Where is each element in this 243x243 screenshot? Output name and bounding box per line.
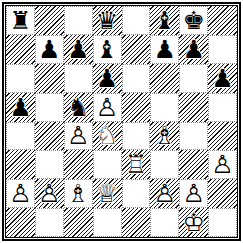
square-e6[interactable] bbox=[122, 64, 151, 93]
square-g7[interactable]: ♟ bbox=[179, 35, 208, 64]
piece-black-pawn: ♟ bbox=[64, 35, 93, 64]
square-e2[interactable] bbox=[122, 179, 151, 208]
piece-black-pawn: ♟ bbox=[93, 64, 122, 93]
square-h4[interactable] bbox=[208, 122, 237, 151]
square-h8[interactable] bbox=[208, 6, 237, 35]
square-c4[interactable]: ♟♙ bbox=[64, 122, 93, 151]
square-e1[interactable] bbox=[122, 208, 151, 237]
square-a4[interactable] bbox=[6, 122, 35, 151]
square-a6[interactable] bbox=[6, 64, 35, 93]
piece-black-king: ♚ bbox=[180, 7, 207, 34]
piece-white-pawn: ♟♙ bbox=[94, 94, 121, 121]
square-d1[interactable] bbox=[93, 208, 122, 237]
square-a7[interactable] bbox=[6, 35, 35, 64]
square-g4[interactable] bbox=[179, 122, 208, 151]
chess-diagram: ♜♛♝♚♟♟♝♟♟♟♟♟♞♟♙♟♙♞♘♝♗♜♖♟♙♟♙♟♙♝♗♛♕♟♙♟♙♚♔ bbox=[0, 0, 243, 243]
piece-glyph-outline: ♗ bbox=[65, 180, 92, 207]
square-h7[interactable] bbox=[208, 35, 237, 64]
square-e3[interactable]: ♜♖ bbox=[122, 150, 151, 179]
piece-white-knight: ♞♘ bbox=[93, 122, 122, 151]
square-a8[interactable]: ♜ bbox=[6, 6, 35, 35]
square-c5[interactable]: ♞ bbox=[64, 93, 93, 122]
square-f7[interactable]: ♟ bbox=[150, 35, 179, 64]
square-c3[interactable] bbox=[64, 150, 93, 179]
chess-board: ♜♛♝♚♟♟♝♟♟♟♟♟♞♟♙♟♙♞♘♝♗♜♖♟♙♟♙♟♙♝♗♛♕♟♙♟♙♚♔ bbox=[6, 6, 237, 237]
square-g6[interactable] bbox=[179, 64, 208, 93]
square-f8[interactable]: ♝ bbox=[150, 6, 179, 35]
square-f2[interactable]: ♟♙ bbox=[150, 179, 179, 208]
piece-black-rook: ♜ bbox=[7, 7, 34, 34]
square-f1[interactable] bbox=[150, 208, 179, 237]
piece-white-pawn: ♟♙ bbox=[180, 180, 207, 207]
square-g5[interactable] bbox=[179, 93, 208, 122]
piece-black-pawn: ♟ bbox=[208, 64, 237, 93]
piece-white-pawn: ♟♙ bbox=[209, 151, 236, 178]
piece-glyph-outline: ♙ bbox=[7, 180, 34, 207]
square-g8[interactable]: ♚ bbox=[179, 6, 208, 35]
piece-white-queen: ♛♕ bbox=[93, 179, 122, 208]
piece-black-queen: ♛ bbox=[93, 6, 122, 35]
piece-white-pawn: ♟♙ bbox=[7, 180, 34, 207]
square-b7[interactable]: ♟ bbox=[35, 35, 64, 64]
square-e4[interactable] bbox=[122, 122, 151, 151]
square-c8[interactable] bbox=[64, 6, 93, 35]
square-b6[interactable] bbox=[35, 64, 64, 93]
square-f4[interactable]: ♝♗ bbox=[150, 122, 179, 151]
piece-glyph-outline: ♘ bbox=[93, 122, 122, 151]
piece-white-king: ♚♔ bbox=[179, 208, 208, 237]
piece-glyph-outline: ♗ bbox=[150, 122, 179, 151]
piece-glyph-outline: ♙ bbox=[65, 123, 92, 150]
piece-black-knight: ♞ bbox=[64, 93, 93, 122]
square-f3[interactable] bbox=[150, 150, 179, 179]
square-h2[interactable] bbox=[208, 179, 237, 208]
square-h3[interactable]: ♟♙ bbox=[208, 150, 237, 179]
piece-white-pawn: ♟♙ bbox=[35, 179, 64, 208]
square-f6[interactable] bbox=[150, 64, 179, 93]
square-c7[interactable]: ♟ bbox=[64, 35, 93, 64]
piece-black-pawn: ♟ bbox=[151, 36, 178, 63]
square-d6[interactable]: ♟ bbox=[93, 64, 122, 93]
square-a2[interactable]: ♟♙ bbox=[6, 179, 35, 208]
piece-black-pawn: ♟ bbox=[36, 36, 63, 63]
piece-white-pawn: ♟♙ bbox=[150, 179, 179, 208]
square-b5[interactable] bbox=[35, 93, 64, 122]
piece-glyph-outline: ♕ bbox=[93, 179, 122, 208]
square-g1[interactable]: ♚♔ bbox=[179, 208, 208, 237]
piece-glyph-outline: ♙ bbox=[150, 179, 179, 208]
board-outer-border: ♜♛♝♚♟♟♝♟♟♟♟♟♞♟♙♟♙♞♘♝♗♜♖♟♙♟♙♟♙♝♗♛♕♟♙♟♙♚♔ bbox=[2, 2, 241, 241]
square-c1[interactable] bbox=[64, 208, 93, 237]
piece-glyph-outline: ♙ bbox=[94, 94, 121, 121]
square-e8[interactable] bbox=[122, 6, 151, 35]
square-b4[interactable] bbox=[35, 122, 64, 151]
piece-glyph-outline: ♙ bbox=[209, 151, 236, 178]
square-e5[interactable] bbox=[122, 93, 151, 122]
square-d8[interactable]: ♛ bbox=[93, 6, 122, 35]
piece-black-bishop: ♝ bbox=[150, 6, 179, 35]
piece-glyph-outline: ♔ bbox=[179, 208, 208, 237]
square-f5[interactable] bbox=[150, 93, 179, 122]
square-d4[interactable]: ♞♘ bbox=[93, 122, 122, 151]
square-b3[interactable] bbox=[35, 150, 64, 179]
square-a1[interactable] bbox=[6, 208, 35, 237]
piece-white-rook: ♜♖ bbox=[122, 150, 151, 179]
square-d7[interactable]: ♝ bbox=[93, 35, 122, 64]
square-d2[interactable]: ♛♕ bbox=[93, 179, 122, 208]
piece-glyph-outline: ♖ bbox=[122, 150, 151, 179]
square-c6[interactable] bbox=[64, 64, 93, 93]
square-d5[interactable]: ♟♙ bbox=[93, 93, 122, 122]
square-b2[interactable]: ♟♙ bbox=[35, 179, 64, 208]
square-g3[interactable] bbox=[179, 150, 208, 179]
piece-black-pawn: ♟ bbox=[179, 35, 208, 64]
square-b8[interactable] bbox=[35, 6, 64, 35]
square-g2[interactable]: ♟♙ bbox=[179, 179, 208, 208]
piece-glyph-outline: ♙ bbox=[180, 180, 207, 207]
piece-glyph-outline: ♙ bbox=[35, 179, 64, 208]
square-h6[interactable]: ♟ bbox=[208, 64, 237, 93]
board-inner-border: ♜♛♝♚♟♟♝♟♟♟♟♟♞♟♙♟♙♞♘♝♗♜♖♟♙♟♙♟♙♝♗♛♕♟♙♟♙♚♔ bbox=[5, 5, 238, 238]
square-b1[interactable] bbox=[35, 208, 64, 237]
square-d3[interactable] bbox=[93, 150, 122, 179]
square-h1[interactable] bbox=[208, 208, 237, 237]
piece-white-bishop: ♝♗ bbox=[150, 122, 179, 151]
piece-black-bishop: ♝ bbox=[94, 36, 121, 63]
square-h5[interactable] bbox=[208, 93, 237, 122]
square-a3[interactable] bbox=[6, 150, 35, 179]
piece-white-pawn: ♟♙ bbox=[65, 123, 92, 150]
square-a5[interactable]: ♟ bbox=[6, 93, 35, 122]
piece-black-pawn: ♟ bbox=[6, 93, 35, 122]
square-e7[interactable] bbox=[122, 35, 151, 64]
piece-white-bishop: ♝♗ bbox=[65, 180, 92, 207]
square-c2[interactable]: ♝♗ bbox=[64, 179, 93, 208]
